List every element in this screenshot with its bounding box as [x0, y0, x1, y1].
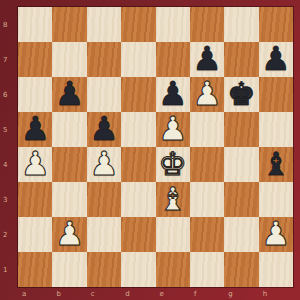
square-a2[interactable]	[18, 217, 52, 252]
square-d2[interactable]	[121, 217, 155, 252]
square-a3[interactable]	[18, 182, 52, 217]
black-bishop-h4[interactable]: ♝	[261, 148, 290, 180]
rank-label-4: 4	[0, 147, 17, 182]
square-a4[interactable]: ♟	[18, 147, 52, 182]
square-h5[interactable]	[259, 112, 293, 147]
file-label-h: h	[259, 287, 293, 300]
file-labels: abcdefgh	[18, 287, 293, 300]
square-a5[interactable]: ♟	[18, 112, 52, 147]
file-label-c: c	[87, 287, 121, 300]
square-c8[interactable]	[87, 7, 121, 42]
square-b8[interactable]	[52, 7, 86, 42]
white-pawn-c4[interactable]: ♟	[89, 147, 119, 180]
square-d6[interactable]	[121, 77, 155, 112]
square-c4[interactable]: ♟	[87, 147, 121, 182]
square-a6[interactable]	[18, 77, 52, 112]
square-f7[interactable]: ♟	[190, 42, 224, 77]
square-b7[interactable]	[52, 42, 86, 77]
square-h7[interactable]: ♟	[259, 42, 293, 77]
square-g6[interactable]: ♚	[224, 77, 258, 112]
file-label-g: g	[224, 287, 258, 300]
square-e8[interactable]	[156, 7, 190, 42]
black-pawn-b6[interactable]: ♟	[55, 77, 85, 110]
black-king-g6[interactable]: ♚	[227, 78, 256, 110]
file-label-f: f	[190, 287, 224, 300]
square-d1[interactable]	[121, 252, 155, 287]
rank-label-6: 6	[0, 77, 17, 112]
square-b2[interactable]: ♟	[52, 217, 86, 252]
black-pawn-c5[interactable]: ♟	[89, 112, 119, 145]
square-b3[interactable]	[52, 182, 86, 217]
square-h8[interactable]	[259, 7, 293, 42]
square-b5[interactable]	[52, 112, 86, 147]
square-g3[interactable]	[224, 182, 258, 217]
rank-label-8: 8	[0, 7, 17, 42]
black-pawn-f7[interactable]: ♟	[192, 42, 222, 75]
square-d4[interactable]	[121, 147, 155, 182]
square-a1[interactable]	[18, 252, 52, 287]
square-c3[interactable]	[87, 182, 121, 217]
square-c1[interactable]	[87, 252, 121, 287]
square-h4[interactable]: ♝	[259, 147, 293, 182]
square-c6[interactable]	[87, 77, 121, 112]
chess-board: ♟♟♟♟♟♚♟♟♟♟♟♚♝♝♟♟	[18, 7, 293, 287]
file-label-d: d	[121, 287, 155, 300]
white-pawn-b2[interactable]: ♟	[55, 217, 85, 250]
square-e4[interactable]: ♚	[156, 147, 190, 182]
square-f1[interactable]	[190, 252, 224, 287]
square-g1[interactable]	[224, 252, 258, 287]
square-f8[interactable]	[190, 7, 224, 42]
square-b4[interactable]	[52, 147, 86, 182]
square-d5[interactable]	[121, 112, 155, 147]
rank-label-3: 3	[0, 182, 17, 217]
rank-label-2: 2	[0, 217, 17, 252]
chess-board-frame: 87654321 ♟♟♟♟♟♚♟♟♟♟♟♚♝♝♟♟ abcdefgh	[0, 0, 300, 300]
rank-labels: 87654321	[0, 7, 17, 287]
square-a7[interactable]	[18, 42, 52, 77]
square-e3[interactable]: ♝	[156, 182, 190, 217]
square-f5[interactable]	[190, 112, 224, 147]
square-e6[interactable]: ♟	[156, 77, 190, 112]
square-e5[interactable]: ♟	[156, 112, 190, 147]
white-king-e4[interactable]: ♚	[158, 148, 187, 180]
square-h6[interactable]	[259, 77, 293, 112]
file-label-b: b	[52, 287, 86, 300]
square-g5[interactable]	[224, 112, 258, 147]
file-label-a: a	[18, 287, 52, 300]
square-e7[interactable]	[156, 42, 190, 77]
black-pawn-a5[interactable]: ♟	[20, 112, 50, 145]
white-pawn-a4[interactable]: ♟	[20, 147, 50, 180]
white-pawn-e5[interactable]: ♟	[158, 112, 188, 145]
white-bishop-e3[interactable]: ♝	[158, 183, 187, 215]
square-b6[interactable]: ♟	[52, 77, 86, 112]
square-g8[interactable]	[224, 7, 258, 42]
square-f6[interactable]: ♟	[190, 77, 224, 112]
square-d7[interactable]	[121, 42, 155, 77]
square-e2[interactable]	[156, 217, 190, 252]
rank-label-1: 1	[0, 252, 17, 287]
square-b1[interactable]	[52, 252, 86, 287]
square-f2[interactable]	[190, 217, 224, 252]
square-c5[interactable]: ♟	[87, 112, 121, 147]
square-d8[interactable]	[121, 7, 155, 42]
rank-label-7: 7	[0, 42, 17, 77]
square-d3[interactable]	[121, 182, 155, 217]
square-h1[interactable]	[259, 252, 293, 287]
rank-label-5: 5	[0, 112, 17, 147]
square-g7[interactable]	[224, 42, 258, 77]
square-c2[interactable]	[87, 217, 121, 252]
white-pawn-h2[interactable]: ♟	[261, 217, 291, 250]
square-h2[interactable]: ♟	[259, 217, 293, 252]
square-h3[interactable]	[259, 182, 293, 217]
file-label-e: e	[156, 287, 190, 300]
black-pawn-e6[interactable]: ♟	[158, 77, 188, 110]
square-g4[interactable]	[224, 147, 258, 182]
square-g2[interactable]	[224, 217, 258, 252]
square-f3[interactable]	[190, 182, 224, 217]
square-c7[interactable]	[87, 42, 121, 77]
black-pawn-h7[interactable]: ♟	[261, 42, 291, 75]
square-f4[interactable]	[190, 147, 224, 182]
square-e1[interactable]	[156, 252, 190, 287]
square-a8[interactable]	[18, 7, 52, 42]
white-pawn-f6[interactable]: ♟	[192, 77, 222, 110]
